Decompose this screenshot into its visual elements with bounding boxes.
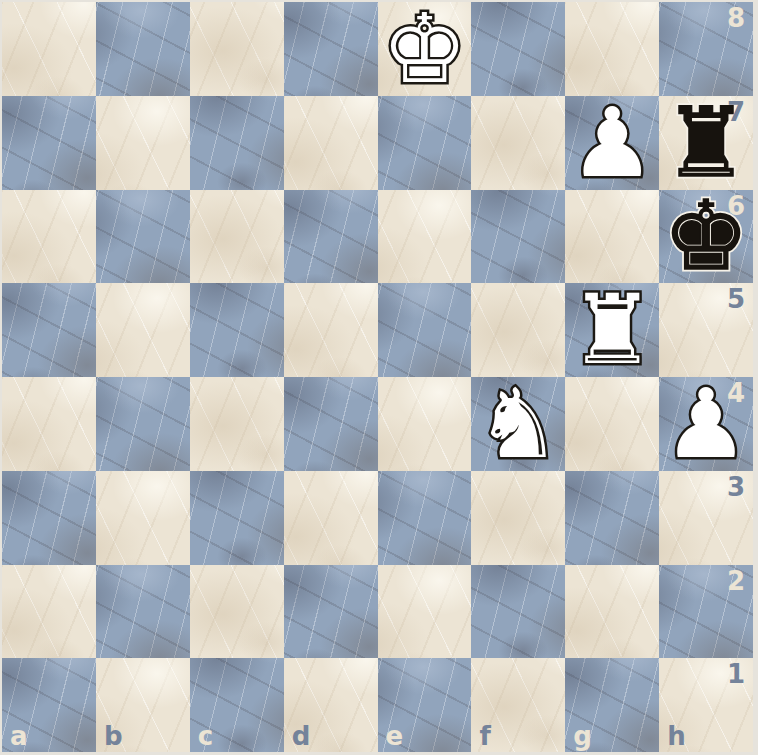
square-b3[interactable] <box>96 471 190 565</box>
square-b8[interactable] <box>96 2 190 96</box>
rank-label-6: 6 <box>727 193 745 219</box>
square-e6[interactable] <box>378 190 472 284</box>
square-a3[interactable] <box>2 471 96 565</box>
square-h8[interactable]: 8 <box>659 2 753 96</box>
square-a5[interactable] <box>2 283 96 377</box>
square-b4[interactable] <box>96 377 190 471</box>
square-f6[interactable] <box>471 190 565 284</box>
square-e2[interactable] <box>378 565 472 659</box>
square-f4[interactable] <box>471 377 565 471</box>
rank-label-2: 2 <box>727 568 745 594</box>
square-a7[interactable] <box>2 96 96 190</box>
square-c4[interactable] <box>190 377 284 471</box>
rank-label-4: 4 <box>727 380 745 406</box>
square-f3[interactable] <box>471 471 565 565</box>
square-g5[interactable] <box>565 283 659 377</box>
file-label-h: h <box>667 723 686 749</box>
square-d7[interactable] <box>284 96 378 190</box>
square-h7[interactable]: 7 <box>659 96 753 190</box>
file-label-c: c <box>198 723 213 749</box>
square-e8[interactable] <box>378 2 472 96</box>
square-c3[interactable] <box>190 471 284 565</box>
square-a8[interactable] <box>2 2 96 96</box>
square-c7[interactable] <box>190 96 284 190</box>
square-e5[interactable] <box>378 283 472 377</box>
page-background: 8765432abcdefg1h <box>0 0 758 755</box>
file-label-a: a <box>10 723 28 749</box>
square-f2[interactable] <box>471 565 565 659</box>
square-e4[interactable] <box>378 377 472 471</box>
square-e3[interactable] <box>378 471 472 565</box>
square-d5[interactable] <box>284 283 378 377</box>
square-c2[interactable] <box>190 565 284 659</box>
file-label-g: g <box>573 723 592 749</box>
square-a6[interactable] <box>2 190 96 284</box>
square-d1[interactable]: d <box>284 658 378 752</box>
square-h6[interactable]: 6 <box>659 190 753 284</box>
square-g3[interactable] <box>565 471 659 565</box>
white-rook[interactable] <box>565 283 659 377</box>
square-g6[interactable] <box>565 190 659 284</box>
file-label-f: f <box>479 723 490 749</box>
square-h2[interactable]: 2 <box>659 565 753 659</box>
square-h3[interactable]: 3 <box>659 471 753 565</box>
square-f7[interactable] <box>471 96 565 190</box>
square-h4[interactable]: 4 <box>659 377 753 471</box>
square-f8[interactable] <box>471 2 565 96</box>
white-king[interactable] <box>378 2 472 96</box>
white-pawn[interactable] <box>565 96 659 190</box>
file-label-d: d <box>292 723 311 749</box>
square-b1[interactable]: b <box>96 658 190 752</box>
square-d6[interactable] <box>284 190 378 284</box>
square-e1[interactable]: e <box>378 658 472 752</box>
square-b7[interactable] <box>96 96 190 190</box>
square-g4[interactable] <box>565 377 659 471</box>
square-g7[interactable] <box>565 96 659 190</box>
rank-label-3: 3 <box>727 474 745 500</box>
square-b6[interactable] <box>96 190 190 284</box>
file-label-e: e <box>386 723 404 749</box>
square-d4[interactable] <box>284 377 378 471</box>
square-g2[interactable] <box>565 565 659 659</box>
square-c1[interactable]: c <box>190 658 284 752</box>
square-c6[interactable] <box>190 190 284 284</box>
square-h5[interactable]: 5 <box>659 283 753 377</box>
rank-label-7: 7 <box>727 99 745 125</box>
square-a1[interactable]: a <box>2 658 96 752</box>
square-d3[interactable] <box>284 471 378 565</box>
chess-board: 8765432abcdefg1h <box>2 2 753 752</box>
square-f1[interactable]: f <box>471 658 565 752</box>
square-d8[interactable] <box>284 2 378 96</box>
square-e7[interactable] <box>378 96 472 190</box>
square-d2[interactable] <box>284 565 378 659</box>
square-h1[interactable]: 1h <box>659 658 753 752</box>
square-g1[interactable]: g <box>565 658 659 752</box>
square-b2[interactable] <box>96 565 190 659</box>
square-c5[interactable] <box>190 283 284 377</box>
square-c8[interactable] <box>190 2 284 96</box>
rank-label-8: 8 <box>727 5 745 31</box>
white-knight[interactable] <box>471 377 565 471</box>
rank-label-5: 5 <box>727 286 745 312</box>
square-b5[interactable] <box>96 283 190 377</box>
square-a2[interactable] <box>2 565 96 659</box>
square-a4[interactable] <box>2 377 96 471</box>
rank-label-1: 1 <box>727 661 745 687</box>
square-g8[interactable] <box>565 2 659 96</box>
square-f5[interactable] <box>471 283 565 377</box>
file-label-b: b <box>104 723 123 749</box>
